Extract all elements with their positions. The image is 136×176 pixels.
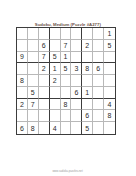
cell-r6c9	[104, 87, 115, 99]
cell-r1c3	[39, 28, 50, 40]
cell-r7c1: 2	[17, 99, 28, 111]
cell-r9c4: 4	[50, 122, 61, 134]
cell-r6c7: 1	[82, 87, 93, 99]
cell-r6c4	[50, 87, 61, 99]
cell-r7c2: 7	[28, 99, 39, 111]
cell-r9c6	[71, 122, 82, 134]
cell-r2c5: 7	[61, 40, 72, 52]
cell-r2c7: 2	[82, 40, 93, 52]
cell-r4c4: 1	[50, 63, 61, 75]
cell-r6c3	[39, 87, 50, 99]
cell-r8c7: 6	[82, 110, 93, 122]
cell-r5c3	[39, 75, 50, 87]
cell-r5c9	[104, 75, 115, 87]
cell-r4c9	[104, 63, 115, 75]
cell-r1c7	[82, 28, 93, 40]
cell-r3c1: 9	[17, 52, 28, 64]
cell-r5c7	[82, 75, 93, 87]
cell-r9c1: 6	[17, 122, 28, 134]
cell-r5c1: 8	[17, 75, 28, 87]
cell-r3c3: 7	[39, 52, 50, 64]
cell-r7c4	[50, 99, 61, 111]
cell-r9c3	[39, 122, 50, 134]
cell-r4c8: 6	[93, 63, 104, 75]
cell-r7c6	[71, 99, 82, 111]
cell-r8c1	[17, 110, 28, 122]
cell-r3c7	[82, 52, 93, 64]
cell-r9c7: 5	[82, 122, 93, 134]
cell-r4c3: 2	[39, 63, 50, 75]
cell-r7c9: 4	[104, 99, 115, 111]
cell-r1c9: 1	[104, 28, 115, 40]
cell-r4c1	[17, 63, 28, 75]
cell-r5c5	[61, 75, 72, 87]
cell-r3c6	[71, 52, 82, 64]
cell-r8c8	[93, 110, 104, 122]
cell-r5c8	[93, 75, 104, 87]
cell-r8c4	[50, 110, 61, 122]
cell-r1c1	[17, 28, 28, 40]
cell-r4c6: 3	[71, 63, 82, 75]
cell-r3c9	[104, 52, 115, 64]
cell-r3c2	[28, 52, 39, 64]
cell-r3c8	[93, 52, 104, 64]
cell-r2c4	[50, 40, 61, 52]
cell-r2c3: 6	[39, 40, 50, 52]
footer-url: www.sudoku-puzzles.net	[53, 169, 83, 172]
cell-r1c6	[71, 28, 82, 40]
cell-r9c5	[61, 122, 72, 134]
cell-r7c5: 8	[61, 99, 72, 111]
cell-r2c2	[28, 40, 39, 52]
cell-r6c5	[61, 87, 72, 99]
cell-r6c2: 5	[28, 87, 39, 99]
cell-r7c8	[93, 99, 104, 111]
cell-r6c6: 6	[71, 87, 82, 99]
cell-r7c3	[39, 99, 50, 111]
cell-r4c7: 8	[82, 63, 93, 75]
cell-r4c5: 5	[61, 63, 72, 75]
cell-r5c6	[71, 75, 82, 87]
cell-r8c5	[61, 110, 72, 122]
cell-r6c8	[93, 87, 104, 99]
cell-r8c6	[71, 110, 82, 122]
cell-r9c9	[104, 122, 115, 134]
cell-r1c8	[93, 28, 104, 40]
cell-r6c1	[17, 87, 28, 99]
cell-r8c2	[28, 110, 39, 122]
cell-r5c2	[28, 75, 39, 87]
cell-r9c2: 8	[28, 122, 39, 134]
cell-r2c1	[17, 40, 28, 52]
cell-r1c2	[28, 28, 39, 40]
sudoku-board: 167259751215386825612784686845	[16, 27, 116, 135]
puzzle-title: Sudoku, Medium (Puzzle #A277)	[35, 22, 101, 26]
cell-r8c3	[39, 110, 50, 122]
cell-r1c5	[61, 28, 72, 40]
cell-r2c9: 5	[104, 40, 115, 52]
cell-r9c8	[93, 122, 104, 134]
cell-r7c7	[82, 99, 93, 111]
cell-r2c6	[71, 40, 82, 52]
cell-r2c8	[93, 40, 104, 52]
cell-r5c4: 2	[50, 75, 61, 87]
page-footer: www.sudoku-puzzles.net	[0, 160, 136, 176]
cell-r4c2	[28, 63, 39, 75]
cell-r3c5: 1	[61, 52, 72, 64]
cell-r1c4	[50, 28, 61, 40]
cell-r3c4: 5	[50, 52, 61, 64]
cell-r8c9: 8	[104, 110, 115, 122]
